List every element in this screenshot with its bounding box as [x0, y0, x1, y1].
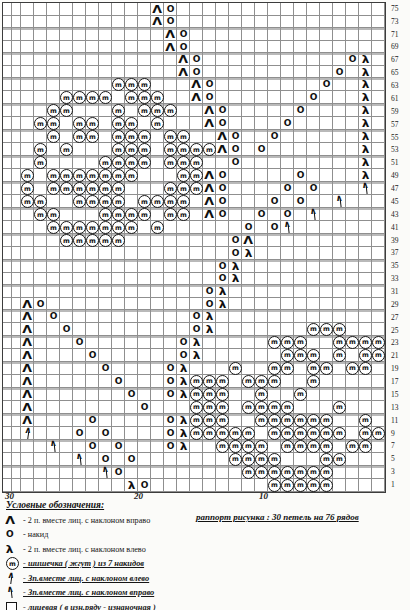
cell-39-14: [203, 234, 216, 247]
cell-71-5: [320, 28, 333, 41]
cell-15-1: [372, 388, 385, 401]
bobble-icon: m: [177, 156, 190, 169]
cell-59-9: [268, 104, 281, 117]
cell-39-24: m: [73, 234, 86, 247]
cell-35-16: [177, 260, 190, 273]
cell-11-5: m: [320, 414, 333, 427]
cell-7-8: m: [281, 440, 294, 453]
bobble-icon: m: [125, 91, 138, 104]
cell-27-7: [294, 310, 307, 323]
cell-47-27: [34, 182, 47, 195]
cell-11-19: [138, 414, 151, 427]
cell-57-9: [268, 117, 281, 130]
bobble-icon: m: [164, 208, 177, 221]
cell-41-27: [34, 221, 47, 234]
cell-63-24: [73, 78, 86, 91]
cell-59-26: m: [47, 104, 60, 117]
cell-21-22: [99, 349, 112, 362]
cell-41-30: [3, 221, 12, 234]
cell-49-29: [12, 169, 21, 182]
bobble-icon: m: [112, 143, 125, 156]
cell-41-29: [12, 221, 21, 234]
cell-69-27: [34, 41, 47, 54]
cell-1-5: m: [320, 479, 333, 492]
bobble-icon: m: [190, 388, 203, 401]
cell-69-4: [333, 41, 346, 54]
cell-49-9: [268, 169, 281, 182]
cell-75-1: [372, 3, 385, 16]
cell-41-2: [359, 221, 372, 234]
bobble-icon: m: [21, 169, 34, 182]
cell-5-6: [307, 453, 320, 466]
cell-41-16: [177, 221, 190, 234]
cell-13-29: [12, 401, 21, 414]
yarn-over-icon: O: [180, 351, 188, 360]
cell-27-3: [346, 310, 359, 323]
yarn-over-icon: O: [102, 364, 110, 373]
cell-15-24: [73, 388, 86, 401]
cell-67-4: [333, 53, 346, 66]
k3tog-right-icon: [282, 222, 292, 233]
row-number-35: 35: [391, 259, 408, 272]
k3tog-right-icon: [360, 183, 370, 194]
cell-65-14: [203, 66, 216, 79]
row-number-21: 21: [391, 349, 408, 362]
cell-39-27: [34, 234, 47, 247]
bobble-icon: m: [372, 349, 385, 362]
cell-29-15: [190, 298, 203, 311]
cell-71-4: [333, 28, 346, 41]
cell-71-13: [216, 28, 229, 41]
cell-61-12: [229, 91, 242, 104]
bobble-icon: m: [294, 479, 307, 492]
cell-5-2: [359, 453, 372, 466]
cell-31-26: [47, 285, 60, 298]
cell-7-3: m: [346, 440, 359, 453]
cell-63-7: [294, 78, 307, 91]
cell-43-4: [333, 208, 346, 221]
cell-59-11: [242, 104, 255, 117]
cell-35-17: [164, 260, 177, 273]
cell-29-20: [125, 298, 138, 311]
bobble-icon: m: [320, 323, 333, 336]
cell-21-15: λ: [190, 349, 203, 362]
cell-43-20: m: [125, 208, 138, 221]
cell-3-4: [333, 466, 346, 479]
k2tog-left-icon: λ: [362, 105, 370, 116]
cell-47-30: [3, 182, 12, 195]
legend-symbol: [6, 587, 23, 598]
cell-61-25: m: [60, 91, 73, 104]
cell-31-13: λ: [216, 285, 229, 298]
cell-15-26: [47, 388, 60, 401]
cell-23-21: [112, 336, 125, 349]
cell-55-19: m: [138, 130, 151, 143]
row-number-17: 17: [391, 375, 408, 388]
row-number-51: 51: [391, 156, 408, 169]
cell-29-23: [86, 298, 99, 311]
bobble-icon: m: [47, 182, 60, 195]
legend-item-3: m- шишечка ( жгут ) из 7 накидов: [6, 557, 406, 572]
cell-19-19: [138, 362, 151, 375]
cell-17-15: m: [190, 375, 203, 388]
cell-65-11: [242, 66, 255, 79]
bobble-icon: m: [34, 117, 47, 130]
cell-75-2: [359, 3, 372, 16]
cell-55-21: m: [112, 130, 125, 143]
rapport-note: раппорт рисунка : 30 петель на 76 рядов: [196, 512, 408, 522]
legend-item-1: O- накид: [6, 528, 406, 543]
cell-55-24: m: [73, 130, 86, 143]
cell-21-5: [320, 349, 333, 362]
cell-27-30: [3, 310, 12, 323]
cell-41-3: [346, 221, 359, 234]
cell-59-14: Λ: [203, 104, 216, 117]
cell-37-4: [333, 247, 346, 260]
cell-43-25: [60, 208, 73, 221]
cell-35-30: [3, 260, 12, 273]
cell-55-23: m: [86, 130, 99, 143]
cell-19-30: [3, 362, 12, 375]
cell-69-10: [255, 41, 268, 54]
cell-9-22: O: [99, 427, 112, 440]
cell-67-8: [281, 53, 294, 66]
cell-75-25: [60, 3, 73, 16]
k2tog-left-icon: λ: [362, 67, 370, 78]
cell-31-17: [164, 285, 177, 298]
cell-69-6: [307, 41, 320, 54]
cell-41-17: [164, 221, 177, 234]
cell-11-23: O: [86, 414, 99, 427]
yarn-over-icon: O: [128, 390, 136, 399]
cell-31-3: [346, 285, 359, 298]
cell-25-6: m: [307, 323, 320, 336]
yarn-over-icon: O: [232, 236, 240, 245]
cell-11-3: [346, 414, 359, 427]
cell-69-9: [268, 41, 281, 54]
cell-47-28: m: [21, 182, 34, 195]
cell-67-11: [242, 53, 255, 66]
cell-45-13: O: [216, 195, 229, 208]
cell-23-4: m: [333, 336, 346, 349]
cell-13-8: m: [281, 401, 294, 414]
bobble-icon: m: [281, 362, 294, 375]
cell-21-29: [12, 349, 21, 362]
cell-3-10: m: [255, 466, 268, 479]
cell-19-2: m: [359, 362, 372, 375]
cell-17-2: [359, 375, 372, 388]
bobble-icon: m: [242, 466, 255, 479]
cell-51-30: [3, 156, 12, 169]
cell-5-23: [86, 453, 99, 466]
cell-69-22: [99, 41, 112, 54]
cell-7-22: [99, 440, 112, 453]
cell-51-3: [346, 156, 359, 169]
cell-3-18: [151, 466, 164, 479]
cell-17-9: m: [268, 375, 281, 388]
cell-15-23: [86, 388, 99, 401]
cell-39-1: [372, 234, 385, 247]
cell-59-10: [255, 104, 268, 117]
cell-35-11: [242, 260, 255, 273]
cell-21-23: O: [86, 349, 99, 362]
cell-43-6: [307, 208, 320, 221]
legend-item-2: λ- 2 п. вместе лиц. с наклоном влево: [6, 542, 406, 557]
cell-33-9: [268, 273, 281, 286]
cell-53-20: m: [125, 143, 138, 156]
bobble-icon: m: [333, 427, 346, 440]
cell-27-4: [333, 310, 346, 323]
cell-71-28: [21, 28, 34, 41]
cell-9-20: [125, 427, 138, 440]
cell-63-23: [86, 78, 99, 91]
cell-31-12: [229, 285, 242, 298]
cell-5-11: m: [242, 453, 255, 466]
cell-25-27: [34, 323, 47, 336]
cell-47-17: m: [164, 182, 177, 195]
cell-49-27: [34, 169, 47, 182]
cell-37-28: [21, 247, 34, 260]
cell-63-15: Λ: [190, 78, 203, 91]
cell-75-6: [307, 3, 320, 16]
bobble-icon: m: [34, 208, 47, 221]
cell-49-1: [372, 169, 385, 182]
cell-19-17: O: [164, 362, 177, 375]
cell-65-16: Λ: [177, 66, 190, 79]
cell-25-10: [255, 323, 268, 336]
cell-55-5: [320, 130, 333, 143]
bobble-icon: m: [216, 440, 229, 453]
cell-49-14: Λ: [203, 169, 216, 182]
bobble-icon: m: [73, 130, 86, 143]
cell-71-8: [281, 28, 294, 41]
yarn-over-icon: O: [63, 325, 71, 334]
cell-63-13: [216, 78, 229, 91]
cell-43-21: m: [112, 208, 125, 221]
bobble-icon: m: [138, 208, 151, 221]
cell-41-22: m: [99, 221, 112, 234]
cell-41-19: [138, 221, 151, 234]
cell-59-16: [177, 104, 190, 117]
cell-67-29: [12, 53, 21, 66]
cell-25-4: m: [333, 323, 346, 336]
cell-69-11: [242, 41, 255, 54]
k2tog-left-icon: λ: [206, 324, 214, 335]
cell-49-21: m: [112, 169, 125, 182]
cell-57-22: [99, 117, 112, 130]
cell-49-10: [255, 169, 268, 182]
cell-21-6: m: [307, 349, 320, 362]
cell-69-14: [203, 41, 216, 54]
legend-symbol: m: [6, 557, 23, 570]
cell-33-16: [177, 273, 190, 286]
cell-51-13: [216, 156, 229, 169]
cell-59-23: [86, 104, 99, 117]
bobble-icon: m: [99, 182, 112, 195]
k2tog-left-icon: λ: [180, 389, 188, 400]
cell-71-3: [346, 28, 359, 41]
yarn-over-icon: O: [336, 67, 344, 76]
cell-21-24: [73, 349, 86, 362]
cell-51-2: λ: [359, 156, 372, 169]
bobble-icon: m: [125, 169, 138, 182]
row-number-75: 75: [391, 2, 408, 15]
cell-7-15: [190, 440, 203, 453]
cell-53-2: λ: [359, 143, 372, 156]
cell-47-26: m: [47, 182, 60, 195]
cell-57-6: [307, 117, 320, 130]
cell-65-27: [34, 66, 47, 79]
cell-29-1: [372, 298, 385, 311]
cell-25-22: [99, 323, 112, 336]
bobble-icon: m: [73, 221, 86, 234]
bobble-icon: m: [320, 466, 333, 479]
cell-69-23: [86, 41, 99, 54]
cell-15-22: [99, 388, 112, 401]
cell-73-22: [99, 16, 112, 29]
cell-71-12: [229, 28, 242, 41]
cell-5-13: [216, 453, 229, 466]
bobble-icon: m: [203, 414, 216, 427]
cell-33-24: [73, 273, 86, 286]
cell-15-12: [229, 388, 242, 401]
bobble-icon: m: [138, 91, 151, 104]
cell-49-19: [138, 169, 151, 182]
cell-55-25: [60, 130, 73, 143]
cell-55-11: [242, 130, 255, 143]
legend-item-5: - Зп.вместе лиц. с наклоном вправо: [6, 586, 406, 601]
cell-27-15: O: [190, 310, 203, 323]
bobble-icon: m: [268, 466, 281, 479]
cell-19-24: [73, 362, 86, 375]
cell-39-21: m: [112, 234, 125, 247]
cell-13-4: m: [333, 401, 346, 414]
bobble-icon: m: [294, 336, 307, 349]
cell-9-6: m: [307, 427, 320, 440]
cell-45-9: O: [268, 195, 281, 208]
yarn-over-icon: O: [180, 42, 188, 51]
cell-23-22: [99, 336, 112, 349]
cell-7-21: O: [112, 440, 125, 453]
cell-3-17: [164, 466, 177, 479]
cell-1-2: [359, 479, 372, 492]
bobble-icon: m: [60, 91, 73, 104]
bobble-icon: m: [125, 143, 138, 156]
cell-27-17: [164, 310, 177, 323]
bobble-icon: m: [294, 427, 307, 440]
cell-35-10: [255, 260, 268, 273]
cell-73-10: [255, 16, 268, 29]
yarn-over-icon: O: [167, 17, 175, 26]
cell-63-28: [21, 78, 34, 91]
cell-47-20: [125, 182, 138, 195]
cell-73-3: [346, 16, 359, 29]
cell-67-22: [99, 53, 112, 66]
cell-19-14: [203, 362, 216, 375]
cell-59-1: [372, 104, 385, 117]
cell-55-16: m: [177, 130, 190, 143]
cell-61-23: m: [86, 91, 99, 104]
cell-75-15: [190, 3, 203, 16]
cell-43-29: [12, 208, 21, 221]
cell-7-27: [34, 440, 47, 453]
cell-5-16: [177, 453, 190, 466]
cell-69-26: [47, 41, 60, 54]
cell-43-27: m: [34, 208, 47, 221]
yarn-over-icon: O: [102, 455, 110, 464]
k2tog-right-icon: Λ: [205, 170, 215, 181]
cell-59-18: m: [151, 104, 164, 117]
k3tog-right-icon: [5, 587, 15, 598]
cell-41-14: [203, 221, 216, 234]
cell-65-30: [3, 66, 12, 79]
k2tog-right-icon: Λ: [5, 515, 15, 526]
bobble-icon: m: [359, 414, 372, 427]
cell-61-6: O: [307, 91, 320, 104]
yarn-over-icon: O: [167, 377, 175, 386]
cell-39-11: Λ: [242, 234, 255, 247]
cell-25-21: [112, 323, 125, 336]
bobble-icon: m: [151, 221, 164, 234]
row-number-73: 73: [391, 15, 408, 28]
bobble-icon: m: [190, 401, 203, 414]
bobble-icon: m: [294, 349, 307, 362]
cell-21-21: [112, 349, 125, 362]
bobble-icon: m: [320, 427, 333, 440]
bobble-icon: m: [60, 221, 73, 234]
bobble-icon: m: [164, 156, 177, 169]
cell-39-2: [359, 234, 372, 247]
cell-21-25: [60, 349, 73, 362]
k2tog-right-icon: Λ: [23, 363, 33, 374]
cell-29-17: [164, 298, 177, 311]
cell-51-12: O: [229, 156, 242, 169]
k2tog-right-icon: Λ: [205, 183, 215, 194]
cell-71-11: [242, 28, 255, 41]
cell-45-30: [3, 195, 12, 208]
cell-73-30: [3, 16, 12, 29]
k3tog-right-icon: [308, 209, 318, 220]
cell-21-14: [203, 349, 216, 362]
cell-7-14: [203, 440, 216, 453]
cell-27-2: [359, 310, 372, 323]
cell-53-9: [268, 143, 281, 156]
cell-31-10: [255, 285, 268, 298]
cell-25-30: [3, 323, 12, 336]
cell-29-18: [151, 298, 164, 311]
cell-9-19: [138, 427, 151, 440]
cell-33-1: [372, 273, 385, 286]
cell-73-4: [333, 16, 346, 29]
cell-7-29: [12, 440, 21, 453]
bobble-icon: m: [359, 440, 372, 453]
cell-21-4: m: [333, 349, 346, 362]
k2tog-right-icon: Λ: [218, 144, 228, 155]
cell-59-22: [99, 104, 112, 117]
cell-1-21: [112, 479, 125, 492]
yarn-over-icon: O: [219, 197, 227, 206]
cell-65-6: [307, 66, 320, 79]
cell-57-5: [320, 117, 333, 130]
bobble-icon: m: [333, 453, 346, 466]
cell-13-28: Λ: [21, 401, 34, 414]
row-number-27: 27: [391, 311, 408, 324]
bobble-icon: m: [86, 195, 99, 208]
cell-45-12: [229, 195, 242, 208]
cell-67-24: [73, 53, 86, 66]
bobble-icon: m: [255, 466, 268, 479]
cell-45-24: m: [73, 195, 86, 208]
